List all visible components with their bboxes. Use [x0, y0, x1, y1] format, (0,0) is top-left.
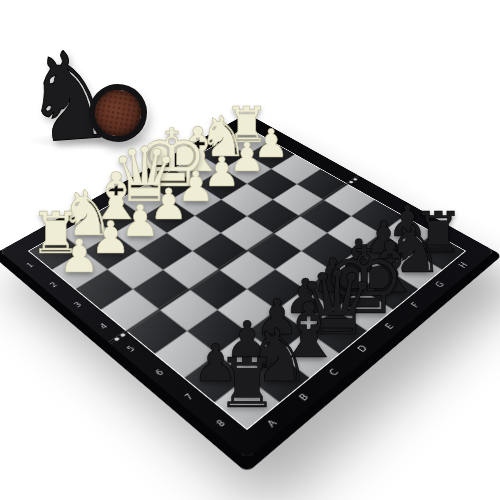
- product-photo: ♞ ABCDEFGH 12345678 ♜♞♝♛♚♝♞♜♟♟♟♟♟♟♟♟♟♟♟♟…: [0, 0, 500, 500]
- magnet-demo-inset: ♞: [20, 28, 190, 163]
- board-grid: [28, 127, 466, 430]
